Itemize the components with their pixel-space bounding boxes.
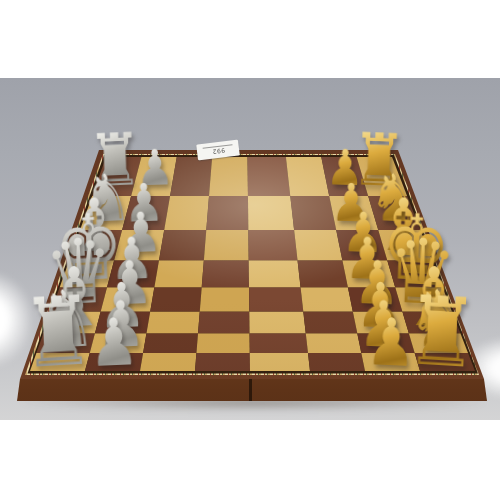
- piece-gold-pawn-a7[interactable]: ♟: [365, 310, 417, 377]
- chess-pieces: ♜♟♟♜♞♟♟♞♝♟♟♝♚♟♟♚♛♟♟♛♝♟♟♝♞♟♟♞♜♟♟♜: [0, 0, 500, 500]
- piece-silver-rook-a1[interactable]: ♜: [19, 283, 96, 383]
- piece-silver-pawn-a2[interactable]: ♟: [89, 310, 141, 377]
- auction-photo-chess-set: 992 ♜♟♟♜♞♟♟♞♝♟♟♝♚♟♟♚♛♟♟♛♝♟♟♝♞♟♟♞♜♟♟♜: [0, 0, 500, 500]
